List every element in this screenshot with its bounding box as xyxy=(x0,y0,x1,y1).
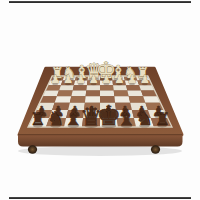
photo-frame-line-bottom xyxy=(9,197,191,199)
board-square xyxy=(55,96,72,103)
piece-black-rook: ♜ xyxy=(154,109,170,129)
case-foot-left xyxy=(28,145,37,153)
board-square xyxy=(57,91,73,97)
piece-black-bishop: ♝ xyxy=(117,105,136,130)
piece-white-pawn: ♟ xyxy=(127,73,137,86)
board-square xyxy=(127,91,143,97)
piece-white-pawn: ♟ xyxy=(89,73,99,86)
board-square xyxy=(71,91,86,97)
piece-black-knight: ♞ xyxy=(136,107,153,130)
piece-white-pawn: ♟ xyxy=(114,73,124,86)
piece-white-pawn: ♟ xyxy=(76,73,86,86)
board-square xyxy=(129,96,146,103)
board-square xyxy=(114,91,129,97)
board-square xyxy=(86,91,100,97)
case-front-face xyxy=(18,135,183,147)
photo-frame-line-top xyxy=(9,1,191,3)
chess-set-photo-svg: ♜♞♝♛♚♝♞♜♟♟♟♟♟♟♟♟♟♟♟♟♟♟♟♟♜♞♝♛♚♝♞♜ xyxy=(0,0,200,200)
piece-black-knight: ♞ xyxy=(47,107,64,130)
piece-white-pawn: ♟ xyxy=(101,73,111,86)
piece-black-rook: ♜ xyxy=(30,109,46,129)
case-foot-right xyxy=(151,145,160,153)
piece-white-pawn: ♟ xyxy=(50,73,60,86)
board-square xyxy=(100,91,114,97)
piece-white-pawn: ♟ xyxy=(63,73,73,86)
product-photo: ♜♞♝♛♚♝♞♜♟♟♟♟♟♟♟♟♟♟♟♟♟♟♟♟♜♞♝♛♚♝♞♜ xyxy=(0,0,200,200)
piece-white-pawn: ♟ xyxy=(140,73,150,86)
